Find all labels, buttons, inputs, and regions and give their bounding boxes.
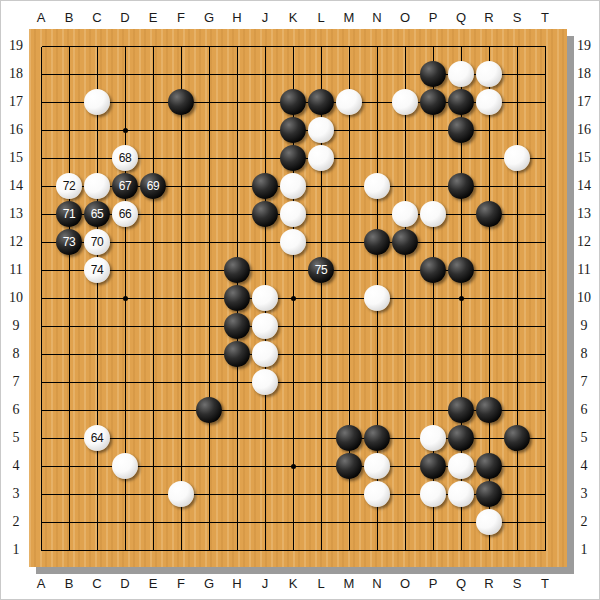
row-label-right-4: 4	[569, 458, 599, 474]
column-label-bottom-N: N	[363, 576, 391, 591]
white-stone-N14	[364, 173, 390, 199]
black-stone-H9	[224, 313, 250, 339]
column-label-bottom-J: J	[251, 576, 279, 591]
column-label-bottom-E: E	[139, 576, 167, 591]
black-stone-H11	[224, 257, 250, 283]
column-label-bottom-O: O	[391, 576, 419, 591]
row-label-left-3: 3	[1, 486, 31, 502]
black-stone-K17	[280, 89, 306, 115]
white-stone-R18	[476, 61, 502, 87]
white-stone-J7	[252, 369, 278, 395]
white-stone-C14	[84, 173, 110, 199]
white-stone-D13: 66	[112, 201, 138, 227]
column-label-top-O: O	[391, 10, 419, 25]
white-stone-S15	[504, 145, 530, 171]
column-label-bottom-L: L	[307, 576, 335, 591]
black-stone-C13: 65	[84, 201, 110, 227]
column-label-bottom-K: K	[279, 576, 307, 591]
white-stone-Q18	[448, 61, 474, 87]
white-stone-C11: 74	[84, 257, 110, 283]
black-stone-L11: 75	[308, 257, 334, 283]
row-label-left-19: 19	[1, 38, 31, 54]
column-label-bottom-H: H	[223, 576, 251, 591]
row-label-left-13: 13	[1, 206, 31, 222]
row-label-right-15: 15	[569, 150, 599, 166]
stones-layer: 687267697165667370747564	[27, 32, 559, 564]
white-stone-L16	[308, 117, 334, 143]
column-label-bottom-M: M	[335, 576, 363, 591]
column-label-top-H: H	[223, 10, 251, 25]
black-stone-P18	[420, 61, 446, 87]
white-stone-Q4	[448, 453, 474, 479]
column-label-top-A: A	[27, 10, 55, 25]
black-stone-K16	[280, 117, 306, 143]
white-stone-M17	[336, 89, 362, 115]
white-stone-B14: 72	[56, 173, 82, 199]
go-board[interactable]: 687267697165667370747564	[29, 29, 567, 567]
column-label-top-M: M	[335, 10, 363, 25]
black-stone-P11	[420, 257, 446, 283]
column-label-bottom-G: G	[195, 576, 223, 591]
white-stone-N3	[364, 481, 390, 507]
row-label-right-7: 7	[569, 374, 599, 390]
column-label-top-T: T	[531, 10, 559, 25]
black-stone-Q16	[448, 117, 474, 143]
row-label-right-10: 10	[569, 290, 599, 306]
column-label-bottom-B: B	[55, 576, 83, 591]
row-label-right-8: 8	[569, 346, 599, 362]
row-label-left-17: 17	[1, 94, 31, 110]
row-label-right-3: 3	[569, 486, 599, 502]
row-label-left-5: 5	[1, 430, 31, 446]
column-label-bottom-A: A	[27, 576, 55, 591]
black-stone-Q14	[448, 173, 474, 199]
black-stone-R13	[476, 201, 502, 227]
black-stone-F17	[168, 89, 194, 115]
black-stone-K15	[280, 145, 306, 171]
white-stone-Q3	[448, 481, 474, 507]
black-stone-E14: 69	[140, 173, 166, 199]
white-stone-D4	[112, 453, 138, 479]
column-label-bottom-D: D	[111, 576, 139, 591]
row-label-right-6: 6	[569, 402, 599, 418]
row-label-left-15: 15	[1, 150, 31, 166]
column-label-top-K: K	[279, 10, 307, 25]
black-stone-Q11	[448, 257, 474, 283]
column-label-top-D: D	[111, 10, 139, 25]
column-label-top-B: B	[55, 10, 83, 25]
white-stone-R17	[476, 89, 502, 115]
white-stone-P13	[420, 201, 446, 227]
white-stone-C12: 70	[84, 229, 110, 255]
black-stone-M4	[336, 453, 362, 479]
column-label-top-G: G	[195, 10, 223, 25]
white-stone-O13	[392, 201, 418, 227]
white-stone-N4	[364, 453, 390, 479]
white-stone-F3	[168, 481, 194, 507]
column-label-top-L: L	[307, 10, 335, 25]
white-stone-J10	[252, 285, 278, 311]
column-label-bottom-F: F	[167, 576, 195, 591]
black-stone-P17	[420, 89, 446, 115]
black-stone-P4	[420, 453, 446, 479]
row-label-right-16: 16	[569, 122, 599, 138]
column-label-top-N: N	[363, 10, 391, 25]
column-label-bottom-P: P	[419, 576, 447, 591]
row-label-right-5: 5	[569, 430, 599, 446]
black-stone-L17	[308, 89, 334, 115]
row-label-left-18: 18	[1, 66, 31, 82]
black-stone-M5	[336, 425, 362, 451]
row-label-right-13: 13	[569, 206, 599, 222]
white-stone-C17	[84, 89, 110, 115]
black-stone-R4	[476, 453, 502, 479]
white-stone-P5	[420, 425, 446, 451]
column-label-top-P: P	[419, 10, 447, 25]
row-label-left-7: 7	[1, 374, 31, 390]
white-stone-O17	[392, 89, 418, 115]
black-stone-J14	[252, 173, 278, 199]
column-label-bottom-R: R	[475, 576, 503, 591]
column-label-bottom-Q: Q	[447, 576, 475, 591]
row-label-left-9: 9	[1, 318, 31, 334]
row-label-right-17: 17	[569, 94, 599, 110]
row-label-right-11: 11	[569, 262, 599, 278]
column-label-top-R: R	[475, 10, 503, 25]
white-stone-J9	[252, 313, 278, 339]
column-label-bottom-C: C	[83, 576, 111, 591]
black-stone-R3	[476, 481, 502, 507]
black-stone-S5	[504, 425, 530, 451]
row-label-left-2: 2	[1, 514, 31, 530]
column-label-top-C: C	[83, 10, 111, 25]
row-label-left-12: 12	[1, 234, 31, 250]
black-stone-Q17	[448, 89, 474, 115]
white-stone-P3	[420, 481, 446, 507]
black-stone-N12	[364, 229, 390, 255]
row-label-left-14: 14	[1, 178, 31, 194]
white-stone-R2	[476, 509, 502, 535]
black-stone-R6	[476, 397, 502, 423]
white-stone-J8	[252, 341, 278, 367]
row-label-right-1: 1	[569, 542, 599, 558]
black-stone-H8	[224, 341, 250, 367]
row-label-right-18: 18	[569, 66, 599, 82]
row-label-right-9: 9	[569, 318, 599, 334]
white-stone-L15	[308, 145, 334, 171]
black-stone-G6	[196, 397, 222, 423]
row-label-right-19: 19	[569, 38, 599, 54]
white-stone-D15: 68	[112, 145, 138, 171]
white-stone-K12	[280, 229, 306, 255]
black-stone-N5	[364, 425, 390, 451]
column-label-bottom-T: T	[531, 576, 559, 591]
white-stone-N10	[364, 285, 390, 311]
black-stone-B13: 71	[56, 201, 82, 227]
column-label-top-F: F	[167, 10, 195, 25]
row-label-left-6: 6	[1, 402, 31, 418]
black-stone-Q5	[448, 425, 474, 451]
black-stone-D14: 67	[112, 173, 138, 199]
row-label-right-2: 2	[569, 514, 599, 530]
black-stone-H10	[224, 285, 250, 311]
column-label-top-J: J	[251, 10, 279, 25]
row-label-left-11: 11	[1, 262, 31, 278]
row-label-left-1: 1	[1, 542, 31, 558]
white-stone-K13	[280, 201, 306, 227]
go-board-screenshot: 687267697165667370747564 ABCDEFGHJKLMNOP…	[0, 0, 600, 600]
white-stone-C5: 64	[84, 425, 110, 451]
column-label-top-E: E	[139, 10, 167, 25]
black-stone-B12: 73	[56, 229, 82, 255]
column-label-top-Q: Q	[447, 10, 475, 25]
row-label-right-12: 12	[569, 234, 599, 250]
row-label-left-10: 10	[1, 290, 31, 306]
row-label-left-8: 8	[1, 346, 31, 362]
black-stone-Q6	[448, 397, 474, 423]
row-label-left-16: 16	[1, 122, 31, 138]
row-label-left-4: 4	[1, 458, 31, 474]
black-stone-O12	[392, 229, 418, 255]
column-label-top-S: S	[503, 10, 531, 25]
black-stone-J13	[252, 201, 278, 227]
column-label-bottom-S: S	[503, 576, 531, 591]
white-stone-K14	[280, 173, 306, 199]
row-label-right-14: 14	[569, 178, 599, 194]
